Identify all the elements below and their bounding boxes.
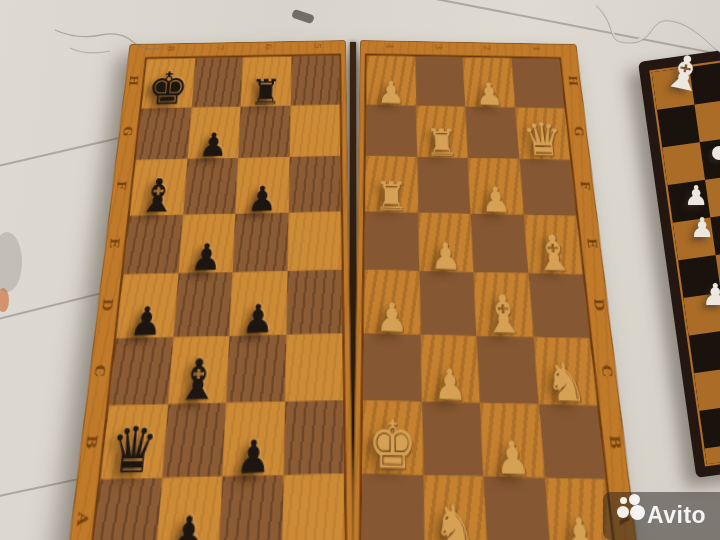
square-a2[interactable] [484, 476, 551, 540]
square-f8[interactable]: ♝ [130, 159, 187, 215]
square-h4[interactable]: ♟ [366, 56, 415, 106]
avito-logo-dot [630, 505, 645, 520]
coordinate-label-row-H: H [127, 74, 140, 86]
square-g3[interactable]: ♜ [416, 105, 468, 158]
piece-black-pawn-d8[interactable]: ♟ [128, 301, 164, 341]
piece-white-pawn-h2[interactable]: ♟ [474, 79, 504, 110]
square-c2[interactable] [477, 335, 539, 404]
coordinate-label-row-D: D [591, 296, 606, 312]
square-h6[interactable]: ♜ [241, 56, 291, 106]
coordinate-label-row-E: E [585, 235, 599, 250]
piece-black-pawn-f6[interactable]: ♟ [247, 181, 278, 216]
coordinate-label-row-D: D [100, 296, 115, 312]
piece-white-bishop-e1[interactable]: ♝ [531, 228, 576, 278]
piece-black-pawn-b6[interactable]: ♟ [235, 433, 271, 480]
board-half-right-white-pieces: ♟♟♜♛♜♟♟♝♟♝♟♞♚♟♞♟ HGFEDCBA44332211 [352, 40, 645, 540]
piece-black-bishop-f8[interactable]: ♝ [136, 172, 180, 219]
coordinate-label-col-8-top: 8 [165, 43, 175, 55]
coordinate-label-row-B: B [83, 432, 99, 450]
coordinate-label-col-1-top: 1 [530, 43, 540, 55]
square-b3[interactable] [421, 402, 483, 476]
avito-watermark: Avito [603, 492, 720, 540]
square-c5[interactable] [285, 333, 343, 402]
piece-white-pawn-e3[interactable]: ♟ [430, 238, 462, 276]
square-a5[interactable] [282, 473, 345, 540]
square-d2[interactable]: ♝ [473, 272, 533, 336]
square-a7[interactable]: ♟ [155, 476, 222, 540]
piece-white-pawn-c3[interactable]: ♟ [433, 364, 467, 407]
square-e1[interactable]: ♝ [523, 214, 582, 274]
piece-black-pawn-g7[interactable]: ♟ [198, 129, 229, 162]
square-h3[interactable] [415, 56, 465, 106]
coordinate-label-col-7-top: 7 [214, 42, 224, 54]
coordinate-label-row-G: G [572, 124, 585, 137]
coordinate-label-row-C: C [599, 362, 614, 379]
piece-white-queen-g1[interactable]: ♛ [521, 117, 565, 163]
piece-white-bishop-d2[interactable]: ♝ [481, 287, 527, 341]
square-h5[interactable] [290, 56, 339, 106]
square-g6[interactable] [238, 105, 290, 158]
square-a3[interactable]: ♞ [423, 474, 488, 540]
power-cable [596, 4, 720, 54]
square-e8[interactable] [123, 214, 182, 274]
square-e7[interactable]: ♟ [178, 213, 235, 273]
second-chess-board-partial [638, 36, 720, 478]
square-f7[interactable] [183, 158, 239, 214]
square-e4[interactable] [365, 211, 419, 271]
piece-black-king-h8[interactable]: ♚ [145, 66, 190, 111]
square-d1[interactable] [528, 273, 590, 337]
square-h7[interactable] [191, 57, 243, 107]
coordinate-label-row-F: F [114, 178, 128, 192]
coordinate-label-col-4-top: 4 [385, 40, 394, 52]
piece-white-knight-a3[interactable]: ♞ [433, 497, 479, 540]
main-chess-board: ♚♜♟♝♟♟♟♟♝♛♟♟ HGFEDCBA88776655 ♟♟♜♛♜♟♟♝♟♝… [57, 42, 649, 540]
square-c3[interactable]: ♟ [420, 334, 480, 403]
square-d6[interactable]: ♟ [229, 271, 287, 335]
coordinate-label-row-F: F [578, 178, 592, 192]
square-e3[interactable]: ♟ [418, 212, 474, 272]
square-g7[interactable]: ♟ [187, 106, 241, 159]
square-a6[interactable] [219, 474, 284, 540]
coordinate-label-row-H: H [566, 74, 579, 86]
square-b8[interactable]: ♛ [101, 404, 168, 478]
second-board-squares [649, 47, 720, 467]
square-b2[interactable]: ♟ [480, 403, 544, 477]
floor-scuff [291, 9, 315, 24]
square-c4[interactable] [363, 333, 421, 402]
square-c7[interactable]: ♝ [168, 335, 230, 404]
square-b4[interactable]: ♚ [362, 400, 423, 474]
piece-white-pawn-a1[interactable]: ♟ [560, 512, 600, 540]
square-f1[interactable] [519, 159, 576, 215]
square-c6[interactable] [226, 334, 286, 403]
square-g1[interactable]: ♛ [515, 107, 570, 160]
avito-logo-dot [617, 506, 629, 518]
coordinate-label-row-E: E [107, 235, 121, 250]
square-b6[interactable]: ♟ [222, 402, 284, 476]
coordinate-label-row-G: G [121, 124, 134, 137]
square-e5[interactable] [287, 211, 341, 271]
coordinate-label-col-3-top: 3 [433, 41, 442, 53]
piece-white-rook-f4[interactable]: ♜ [375, 176, 409, 216]
piece-black-bishop-c7[interactable]: ♝ [174, 351, 221, 408]
square-g2[interactable] [465, 106, 519, 159]
piece-black-rook-h6[interactable]: ♜ [249, 74, 282, 109]
square-c1[interactable]: ♞ [533, 336, 597, 405]
piece-white-king-b4[interactable]: ♚ [367, 411, 417, 479]
coordinate-label-col-6-top: 6 [263, 41, 272, 53]
square-e2[interactable] [471, 213, 528, 273]
coordinate-label-col-5-top: 5 [312, 40, 321, 52]
piece-white-pawn-second-board[interactable]: ♟ [702, 280, 720, 310]
square-c8[interactable] [109, 336, 173, 405]
square-b1[interactable] [538, 404, 605, 478]
piece-black-pawn-e7[interactable]: ♟ [190, 239, 223, 277]
floor-scuff [0, 232, 22, 292]
piece-white-pawn-h4[interactable]: ♟ [377, 77, 405, 108]
square-f3[interactable] [417, 157, 471, 213]
square-b7[interactable] [162, 403, 226, 477]
piece-white-partial-ball [712, 146, 720, 160]
piece-white-rook-g3[interactable]: ♜ [425, 124, 459, 161]
square-h2[interactable]: ♟ [463, 57, 515, 107]
square-d8[interactable]: ♟ [116, 273, 178, 337]
piece-white-pawn-d4[interactable]: ♟ [376, 297, 408, 337]
piece-black-pawn-a7[interactable]: ♟ [169, 510, 208, 540]
piece-white-knight-c1[interactable]: ♞ [543, 356, 588, 409]
square-g5[interactable] [289, 104, 340, 157]
square-f5[interactable] [288, 156, 341, 212]
square-b5[interactable] [283, 400, 344, 474]
piece-white-pawn-b2[interactable]: ♟ [494, 435, 531, 482]
square-d4[interactable]: ♟ [364, 270, 420, 334]
square-d3[interactable] [419, 271, 477, 335]
pencil-scribble [70, 48, 110, 53]
piece-white-pawn-second-board[interactable]: ♟ [690, 214, 714, 241]
avito-watermark-text: Avito [647, 502, 706, 529]
piece-white-pawn-second-board[interactable]: ♟ [684, 182, 708, 209]
coordinate-label-col-2-top: 2 [482, 42, 492, 54]
square-e6[interactable] [233, 212, 289, 272]
coordinate-label-row-C: C [92, 362, 107, 379]
square-h1[interactable] [511, 58, 564, 108]
coordinate-label-row-A: A [74, 508, 91, 528]
piece-black-queen-b8[interactable]: ♛ [107, 418, 161, 483]
square-h8[interactable]: ♚ [142, 58, 195, 108]
board-half-left-black-pieces: ♚♜♟♝♟♟♟♟♝♛♟♟ HGFEDCBA88776655 [62, 40, 355, 540]
piece-white-pawn-f2[interactable]: ♟ [480, 182, 512, 217]
avito-logo-dot [620, 497, 627, 504]
square-g8[interactable] [136, 107, 191, 160]
square-f6[interactable]: ♟ [235, 157, 289, 213]
square-g4[interactable] [366, 104, 417, 157]
photo-stage: ♚♜♟♝♟♟♟♟♝♛♟♟ HGFEDCBA88776655 ♟♟♜♛♜♟♟♝♟♝… [0, 0, 720, 540]
square-d5[interactable] [286, 270, 342, 334]
square-f4[interactable]: ♜ [365, 156, 418, 212]
square-d7[interactable] [173, 272, 233, 336]
square-f2[interactable]: ♟ [468, 158, 524, 214]
avito-logo-dot [629, 494, 640, 505]
piece-black-pawn-d6[interactable]: ♟ [241, 299, 274, 339]
coordinate-label-row-B: B [607, 432, 623, 450]
